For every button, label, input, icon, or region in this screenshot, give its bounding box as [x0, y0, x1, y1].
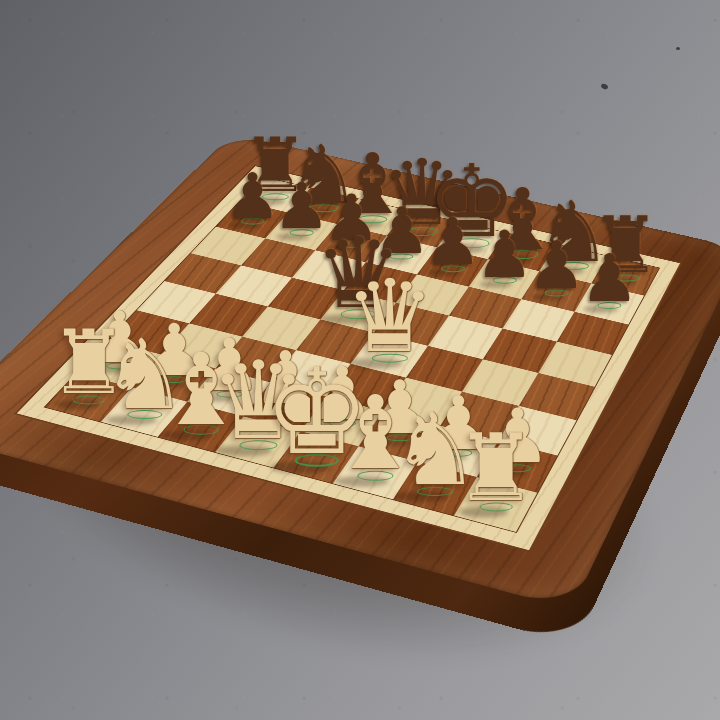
black-pawn-icon: ♟: [580, 246, 639, 312]
black-pawn-icon: ♟: [527, 234, 586, 299]
pieces-layer: ♜♞♝♛♚♝♞♜♟♟♟♟♟♟♟♟♛♛♟♟♟♟♟♟♟♟♜♞♝♛♚♝♞♜: [0, 0, 720, 720]
piece-black-pawn-a7: ♟: [224, 164, 280, 227]
piece-white-rook-h1: ♜: [455, 422, 538, 515]
piece-black-pawn-g7: ♟: [527, 234, 586, 299]
photo-stage: ♜♞♝♛♚♝♞♜♟♟♟♟♟♟♟♟♛♛♟♟♟♟♟♟♟♟♜♞♝♛♚♝♞♜: [0, 0, 720, 720]
black-pawn-icon: ♟: [475, 222, 533, 287]
piece-black-pawn-f7: ♟: [475, 222, 533, 287]
white-rook-icon: ♜: [455, 422, 538, 515]
piece-black-pawn-h7: ♟: [580, 246, 639, 312]
black-pawn-icon: ♟: [224, 164, 280, 227]
